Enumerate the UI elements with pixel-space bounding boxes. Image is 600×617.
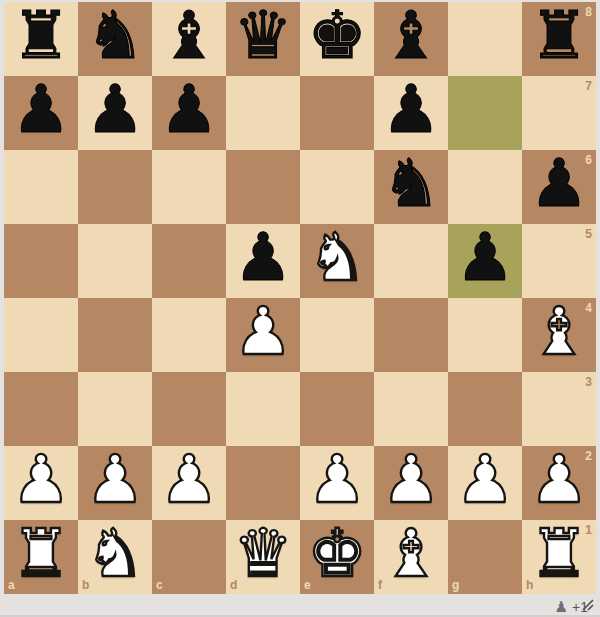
square-g4[interactable] bbox=[448, 298, 522, 372]
square-e2[interactable]: ♟︎ bbox=[300, 446, 374, 520]
square-d8[interactable]: ♛︎ bbox=[226, 2, 300, 76]
piece-white-pawn-h2[interactable]: ♟︎ bbox=[522, 443, 596, 517]
square-d3[interactable] bbox=[226, 372, 300, 446]
square-b1[interactable]: b♞︎ bbox=[78, 520, 152, 594]
captured-pawn-icon: ♟ bbox=[555, 600, 568, 615]
piece-black-pawn-h6[interactable]: ♟︎ bbox=[522, 147, 596, 221]
square-a3[interactable] bbox=[4, 372, 78, 446]
piece-black-pawn-g5[interactable]: ♟︎ bbox=[448, 221, 522, 295]
square-c2[interactable]: ♟︎ bbox=[152, 446, 226, 520]
square-d4[interactable]: ♟︎ bbox=[226, 298, 300, 372]
square-c5[interactable] bbox=[152, 224, 226, 298]
square-b6[interactable] bbox=[78, 150, 152, 224]
square-c6[interactable] bbox=[152, 150, 226, 224]
piece-black-rook-a8[interactable]: ♜︎ bbox=[4, 0, 78, 73]
square-c3[interactable] bbox=[152, 372, 226, 446]
square-c8[interactable]: ♝︎ bbox=[152, 2, 226, 76]
square-f3[interactable] bbox=[374, 372, 448, 446]
piece-white-pawn-a2[interactable]: ♟︎ bbox=[4, 443, 78, 517]
square-d6[interactable] bbox=[226, 150, 300, 224]
square-b8[interactable]: ♞︎ bbox=[78, 2, 152, 76]
square-h7[interactable]: 7 bbox=[522, 76, 596, 150]
piece-black-pawn-f7[interactable]: ♟︎ bbox=[374, 73, 448, 147]
square-b5[interactable] bbox=[78, 224, 152, 298]
square-e4[interactable] bbox=[300, 298, 374, 372]
square-g2[interactable]: ♟︎ bbox=[448, 446, 522, 520]
square-h6[interactable]: 6♟︎ bbox=[522, 150, 596, 224]
piece-white-pawn-c2[interactable]: ♟︎ bbox=[152, 443, 226, 517]
square-d5[interactable]: ♟︎ bbox=[226, 224, 300, 298]
piece-white-bishop-f1[interactable]: ♝︎ bbox=[374, 517, 448, 591]
square-d1[interactable]: d♛︎ bbox=[226, 520, 300, 594]
piece-white-pawn-e2[interactable]: ♟︎ bbox=[300, 443, 374, 517]
piece-white-pawn-f2[interactable]: ♟︎ bbox=[374, 443, 448, 517]
square-a5[interactable] bbox=[4, 224, 78, 298]
square-g7[interactable] bbox=[448, 76, 522, 150]
piece-white-rook-a1[interactable]: ♜︎ bbox=[4, 517, 78, 591]
page-background: ♜︎♞︎♝︎♛︎♚︎♝︎8♜︎♟︎♟︎♟︎♟︎7♞︎6♟︎♟︎♞︎♟︎5♟︎4♝… bbox=[0, 0, 600, 617]
piece-black-knight-f6[interactable]: ♞︎ bbox=[374, 147, 448, 221]
rank-label-3: 3 bbox=[585, 376, 592, 388]
piece-white-pawn-d4[interactable]: ♟︎ bbox=[226, 295, 300, 369]
square-a4[interactable] bbox=[4, 298, 78, 372]
square-b4[interactable] bbox=[78, 298, 152, 372]
piece-black-knight-b8[interactable]: ♞︎ bbox=[78, 0, 152, 73]
piece-white-pawn-g2[interactable]: ♟︎ bbox=[448, 443, 522, 517]
square-h8[interactable]: 8♜︎ bbox=[522, 2, 596, 76]
piece-white-knight-e5[interactable]: ♞︎ bbox=[300, 221, 374, 295]
square-b7[interactable]: ♟︎ bbox=[78, 76, 152, 150]
square-e3[interactable] bbox=[300, 372, 374, 446]
piece-white-bishop-h4[interactable]: ♝︎ bbox=[522, 295, 596, 369]
piece-black-bishop-c8[interactable]: ♝︎ bbox=[152, 0, 226, 73]
square-f4[interactable] bbox=[374, 298, 448, 372]
material-indicator: ♟ +1 bbox=[555, 598, 588, 616]
piece-black-pawn-c7[interactable]: ♟︎ bbox=[152, 73, 226, 147]
square-e1[interactable]: e♚︎ bbox=[300, 520, 374, 594]
square-f2[interactable]: ♟︎ bbox=[374, 446, 448, 520]
file-label-c: c bbox=[156, 579, 163, 591]
square-h5[interactable]: 5 bbox=[522, 224, 596, 298]
piece-white-queen-d1[interactable]: ♛︎ bbox=[226, 517, 300, 591]
piece-black-queen-d8[interactable]: ♛︎ bbox=[226, 0, 300, 73]
piece-black-pawn-d5[interactable]: ♟︎ bbox=[226, 221, 300, 295]
square-f6[interactable]: ♞︎ bbox=[374, 150, 448, 224]
square-a1[interactable]: a♜︎ bbox=[4, 520, 78, 594]
square-f7[interactable]: ♟︎ bbox=[374, 76, 448, 150]
square-e7[interactable] bbox=[300, 76, 374, 150]
square-f8[interactable]: ♝︎ bbox=[374, 2, 448, 76]
square-h4[interactable]: 4♝︎ bbox=[522, 298, 596, 372]
piece-white-king-e1[interactable]: ♚︎ bbox=[300, 517, 374, 591]
piece-white-knight-b1[interactable]: ♞︎ bbox=[78, 517, 152, 591]
square-g1[interactable]: g bbox=[448, 520, 522, 594]
square-h2[interactable]: 2♟︎ bbox=[522, 446, 596, 520]
square-g3[interactable] bbox=[448, 372, 522, 446]
square-c1[interactable]: c bbox=[152, 520, 226, 594]
piece-white-rook-h1[interactable]: ♜︎ bbox=[522, 517, 596, 591]
piece-white-pawn-b2[interactable]: ♟︎ bbox=[78, 443, 152, 517]
square-g6[interactable] bbox=[448, 150, 522, 224]
rank-label-5: 5 bbox=[585, 228, 592, 240]
square-d7[interactable] bbox=[226, 76, 300, 150]
square-g5[interactable]: ♟︎ bbox=[448, 224, 522, 298]
square-a2[interactable]: ♟︎ bbox=[4, 446, 78, 520]
square-b2[interactable]: ♟︎ bbox=[78, 446, 152, 520]
square-a8[interactable]: ♜︎ bbox=[4, 2, 78, 76]
piece-black-rook-h8[interactable]: ♜︎ bbox=[522, 0, 596, 73]
square-h1[interactable]: 1h♜︎ bbox=[522, 520, 596, 594]
square-a6[interactable] bbox=[4, 150, 78, 224]
piece-black-pawn-a7[interactable]: ♟︎ bbox=[4, 73, 78, 147]
rank-label-7: 7 bbox=[585, 80, 592, 92]
square-c4[interactable] bbox=[152, 298, 226, 372]
square-e5[interactable]: ♞︎ bbox=[300, 224, 374, 298]
square-f5[interactable] bbox=[374, 224, 448, 298]
square-g8[interactable] bbox=[448, 2, 522, 76]
square-d2[interactable] bbox=[226, 446, 300, 520]
piece-black-bishop-f8[interactable]: ♝︎ bbox=[374, 0, 448, 73]
piece-black-pawn-b7[interactable]: ♟︎ bbox=[78, 73, 152, 147]
square-h3[interactable]: 3 bbox=[522, 372, 596, 446]
chess-board: ♜︎♞︎♝︎♛︎♚︎♝︎8♜︎♟︎♟︎♟︎♟︎7♞︎6♟︎♟︎♞︎♟︎5♟︎4♝… bbox=[4, 2, 596, 594]
file-label-g: g bbox=[452, 579, 459, 591]
square-e6[interactable] bbox=[300, 150, 374, 224]
material-advantage-label: +1 bbox=[572, 599, 588, 615]
square-a7[interactable]: ♟︎ bbox=[4, 76, 78, 150]
piece-black-king-e8[interactable]: ♚︎ bbox=[300, 0, 374, 73]
square-f1[interactable]: f♝︎ bbox=[374, 520, 448, 594]
square-b3[interactable] bbox=[78, 372, 152, 446]
square-c7[interactable]: ♟︎ bbox=[152, 76, 226, 150]
square-e8[interactable]: ♚︎ bbox=[300, 2, 374, 76]
